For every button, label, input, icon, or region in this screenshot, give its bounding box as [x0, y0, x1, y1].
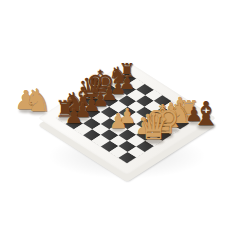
piece-shadow [59, 117, 72, 121]
piece-shadow [197, 124, 215, 129]
piece-shadow [104, 100, 114, 103]
piece-shadow [112, 83, 125, 87]
piece-shadow [183, 117, 196, 121]
piece-shadow [175, 111, 186, 114]
piece-shadow [113, 94, 123, 97]
piece-shadow [144, 138, 164, 144]
piece-shadow [122, 89, 132, 92]
product-photo: ♜♞♝♛♚♞♜♟♟♟♟♟♟♟♟♟♟♟♟♟♟♛♚♝♞♜♟♞♟♝ [0, 0, 235, 235]
piece-shadow [29, 110, 46, 115]
piece-shadow [83, 99, 100, 104]
piece-shadow [86, 111, 97, 114]
